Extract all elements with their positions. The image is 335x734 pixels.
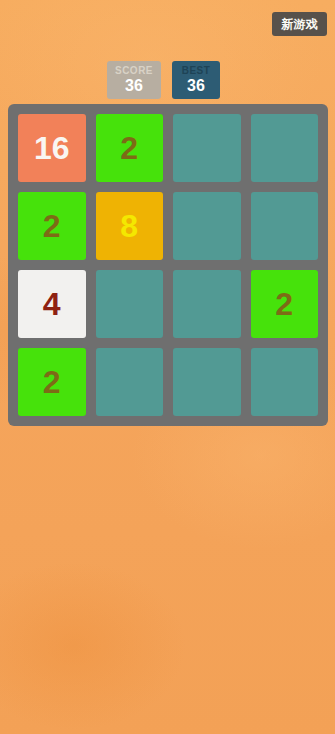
score-value: 36	[125, 77, 143, 95]
new-game-button[interactable]: 新游戏	[272, 12, 327, 36]
empty-cell-r1c4	[251, 114, 319, 182]
empty-cell-r4c2	[96, 348, 164, 416]
score-box: SCORE 36	[107, 61, 161, 99]
best-value: 36	[187, 77, 205, 95]
tile-16-r1c1: 16	[18, 114, 86, 182]
game-screen: 新游戏 SCORE 36 BEST 36 16228422	[0, 0, 335, 734]
tile-2-r4c1: 2	[18, 348, 86, 416]
scores-panel: SCORE 36 BEST 36	[107, 61, 220, 99]
tile-4-r3c1: 4	[18, 270, 86, 338]
board[interactable]: 16228422	[8, 104, 328, 426]
tile-2-r2c1: 2	[18, 192, 86, 260]
empty-cell-r2c3	[173, 192, 241, 260]
empty-cell-r3c2	[96, 270, 164, 338]
tile-2-r1c2: 2	[96, 114, 164, 182]
score-label: SCORE	[115, 66, 153, 76]
tile-2-r3c4: 2	[251, 270, 319, 338]
best-label: BEST	[182, 66, 211, 76]
empty-cell-r1c3	[173, 114, 241, 182]
best-box: BEST 36	[172, 61, 220, 99]
empty-cell-r2c4	[251, 192, 319, 260]
tile-8-r2c2: 8	[96, 192, 164, 260]
empty-cell-r3c3	[173, 270, 241, 338]
empty-cell-r4c4	[251, 348, 319, 416]
empty-cell-r4c3	[173, 348, 241, 416]
